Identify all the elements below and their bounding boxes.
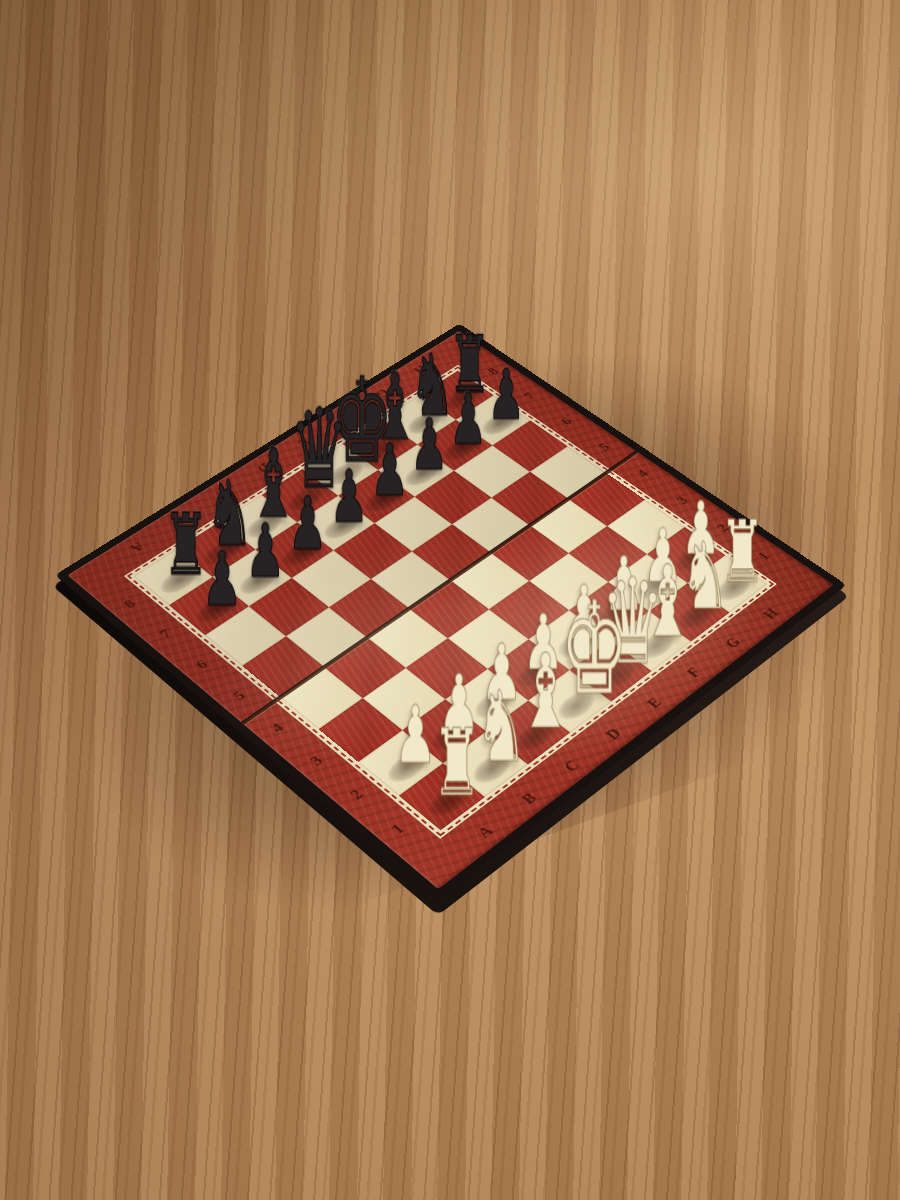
chess-board: ♜♞♝♛♚♝♞♜♟♟♟♟♟♟♟♟♟♟♟♟♟♟♟♟♜♞♝♚♛♝♞♜ AABBCCD… <box>55 324 847 901</box>
piece-black-pawn[interactable]: ♟ <box>241 514 289 588</box>
file-label-near-d: D <box>586 713 641 755</box>
file-label-near-a: A <box>457 810 515 855</box>
file-label-near-b: B <box>501 777 558 821</box>
board-perspective-wrap: ♜♞♝♛♚♝♞♜♟♟♟♟♟♟♟♟♟♟♟♟♟♟♟♟♜♞♝♚♛♝♞♜ AABBCCD… <box>170 300 730 860</box>
file-label-near-g: G <box>707 624 759 663</box>
file-label-near-e: E <box>627 683 681 724</box>
file-label-near-f: F <box>668 653 721 693</box>
photo-scene: ♜♞♝♛♚♝♞♜♟♟♟♟♟♟♟♟♟♟♟♟♟♟♟♟♜♞♝♚♛♝♞♜ AABBCCD… <box>0 0 900 1200</box>
piece-white-rook[interactable]: ♜ <box>431 716 483 809</box>
file-label-near-c: C <box>544 745 600 788</box>
file-label-near-h: H <box>745 595 796 633</box>
piece-black-pawn[interactable]: ♟ <box>198 541 246 616</box>
